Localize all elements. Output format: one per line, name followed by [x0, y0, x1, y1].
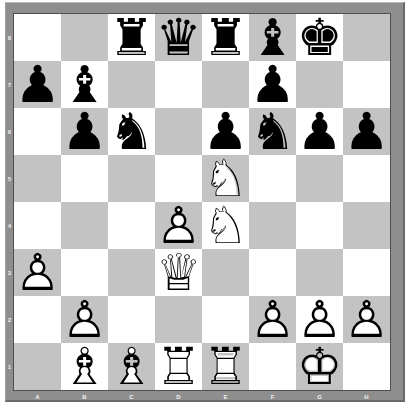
- file-labels: ABCDEFGH: [14, 391, 390, 402]
- square-a2[interactable]: [14, 296, 61, 343]
- white-pawn: ♙: [15, 249, 61, 296]
- square-a3[interactable]: ♟♙: [14, 249, 61, 296]
- square-b1[interactable]: ♝♗: [61, 343, 108, 390]
- file-label-e: E: [202, 391, 249, 402]
- square-c8[interactable]: ♜: [108, 14, 155, 61]
- square-c3[interactable]: [108, 249, 155, 296]
- white-pawn: ♙: [62, 296, 108, 343]
- black-queen: ♛: [156, 14, 202, 61]
- white-knight-fill: ♞: [202, 155, 249, 202]
- black-bishop: ♝: [250, 14, 296, 61]
- square-b7[interactable]: ♝: [61, 61, 108, 108]
- white-pawn: ♙: [344, 296, 390, 343]
- square-a4[interactable]: [14, 202, 61, 249]
- white-pawn: ♙: [250, 296, 296, 343]
- black-pawn: ♟: [62, 108, 108, 155]
- square-h6[interactable]: ♟: [343, 108, 390, 155]
- square-f1[interactable]: [249, 343, 296, 390]
- file-label-d: D: [155, 391, 202, 402]
- square-g2[interactable]: ♟♙: [296, 296, 343, 343]
- white-pawn-fill: ♟: [249, 296, 296, 343]
- white-king-fill: ♚: [296, 343, 343, 390]
- black-pawn: ♟: [203, 108, 249, 155]
- black-rook: ♜: [203, 14, 249, 61]
- square-e3[interactable]: [202, 249, 249, 296]
- square-d4[interactable]: ♟♙: [155, 202, 202, 249]
- white-rook-fill: ♜: [202, 343, 249, 390]
- rank-label-1: 1: [6, 343, 13, 390]
- black-pawn: ♟: [250, 61, 296, 108]
- rank-label-8: 8: [6, 14, 13, 61]
- white-rook: ♖: [203, 343, 249, 390]
- square-g4[interactable]: [296, 202, 343, 249]
- square-c7[interactable]: [108, 61, 155, 108]
- file-label-c: C: [108, 391, 155, 402]
- square-f5[interactable]: [249, 155, 296, 202]
- rank-labels: 87654321: [6, 14, 13, 390]
- board-inner-border: ♜♛♜♝♚♟♝♟♟♞♟♞♟♟♞♘♟♙♞♘♟♙♛♕♟♙♟♙♟♙♟♙♝♗♝♗♜♖♜♖…: [13, 13, 391, 391]
- chess-board-frame: 87654321 ♜♛♜♝♚♟♝♟♟♞♟♞♟♟♞♘♟♙♞♘♟♙♛♕♟♙♟♙♟♙♟…: [5, 2, 405, 402]
- white-knight: ♘: [203, 155, 249, 202]
- square-b6[interactable]: ♟: [61, 108, 108, 155]
- square-b5[interactable]: [61, 155, 108, 202]
- white-bishop: ♗: [62, 343, 108, 390]
- square-e7[interactable]: [202, 61, 249, 108]
- square-f2[interactable]: ♟♙: [249, 296, 296, 343]
- square-g1[interactable]: ♚♔: [296, 343, 343, 390]
- black-pawn: ♟: [297, 108, 343, 155]
- file-label-f: F: [249, 391, 296, 402]
- rank-label-7: 7: [6, 61, 13, 108]
- white-rook: ♖: [156, 343, 202, 390]
- square-a6[interactable]: [14, 108, 61, 155]
- black-knight: ♞: [250, 108, 296, 155]
- square-c6[interactable]: ♞: [108, 108, 155, 155]
- square-f3[interactable]: [249, 249, 296, 296]
- square-b4[interactable]: [61, 202, 108, 249]
- square-f6[interactable]: ♞: [249, 108, 296, 155]
- square-f7[interactable]: ♟: [249, 61, 296, 108]
- white-pawn-fill: ♟: [296, 296, 343, 343]
- white-pawn-fill: ♟: [61, 296, 108, 343]
- black-pawn: ♟: [344, 108, 390, 155]
- square-h4[interactable]: [343, 202, 390, 249]
- file-label-h: H: [343, 391, 390, 402]
- square-g5[interactable]: [296, 155, 343, 202]
- square-b2[interactable]: ♟♙: [61, 296, 108, 343]
- white-bishop-fill: ♝: [108, 343, 155, 390]
- white-rook-fill: ♜: [155, 343, 202, 390]
- square-e4[interactable]: ♞♘: [202, 202, 249, 249]
- black-bishop: ♝: [62, 61, 108, 108]
- square-f8[interactable]: ♝: [249, 14, 296, 61]
- square-c5[interactable]: [108, 155, 155, 202]
- square-h8[interactable]: [343, 14, 390, 61]
- square-e2[interactable]: [202, 296, 249, 343]
- square-e8[interactable]: ♜: [202, 14, 249, 61]
- square-d5[interactable]: [155, 155, 202, 202]
- square-a8[interactable]: [14, 14, 61, 61]
- square-b3[interactable]: [61, 249, 108, 296]
- square-e5[interactable]: ♞♘: [202, 155, 249, 202]
- square-c4[interactable]: [108, 202, 155, 249]
- square-d2[interactable]: [155, 296, 202, 343]
- square-c2[interactable]: [108, 296, 155, 343]
- square-b8[interactable]: [61, 14, 108, 61]
- square-e1[interactable]: ♜♖: [202, 343, 249, 390]
- black-king: ♚: [297, 14, 343, 61]
- square-h2[interactable]: ♟♙: [343, 296, 390, 343]
- square-a1[interactable]: [14, 343, 61, 390]
- rank-label-2: 2: [6, 296, 13, 343]
- white-king: ♔: [297, 343, 343, 390]
- white-pawn-fill: ♟: [155, 202, 202, 249]
- square-h7[interactable]: [343, 61, 390, 108]
- square-h3[interactable]: [343, 249, 390, 296]
- file-label-a: A: [14, 391, 61, 402]
- white-pawn: ♙: [297, 296, 343, 343]
- square-g7[interactable]: [296, 61, 343, 108]
- white-pawn-fill: ♟: [343, 296, 390, 343]
- square-h5[interactable]: [343, 155, 390, 202]
- square-d1[interactable]: ♜♖: [155, 343, 202, 390]
- rank-label-6: 6: [6, 108, 13, 155]
- white-knight-fill: ♞: [202, 202, 249, 249]
- square-h1[interactable]: [343, 343, 390, 390]
- rank-label-4: 4: [6, 202, 13, 249]
- square-d8[interactable]: ♛: [155, 14, 202, 61]
- white-knight: ♘: [203, 202, 249, 249]
- black-pawn: ♟: [15, 61, 61, 108]
- chess-board: ♜♛♜♝♚♟♝♟♟♞♟♞♟♟♞♘♟♙♞♘♟♙♛♕♟♙♟♙♟♙♟♙♝♗♝♗♜♖♜♖…: [14, 14, 390, 390]
- black-knight: ♞: [109, 108, 155, 155]
- rank-label-3: 3: [6, 249, 13, 296]
- square-d3[interactable]: ♛♕: [155, 249, 202, 296]
- square-d7[interactable]: [155, 61, 202, 108]
- white-pawn-fill: ♟: [14, 249, 61, 296]
- square-a5[interactable]: [14, 155, 61, 202]
- square-a7[interactable]: ♟: [14, 61, 61, 108]
- white-pawn: ♙: [156, 202, 202, 249]
- white-queen: ♕: [156, 249, 202, 296]
- square-f4[interactable]: [249, 202, 296, 249]
- black-rook: ♜: [109, 14, 155, 61]
- white-bishop: ♗: [109, 343, 155, 390]
- file-label-g: G: [296, 391, 343, 402]
- square-e6[interactable]: ♟: [202, 108, 249, 155]
- rank-label-5: 5: [6, 155, 13, 202]
- white-queen-fill: ♛: [155, 249, 202, 296]
- file-label-b: B: [61, 391, 108, 402]
- square-g3[interactable]: [296, 249, 343, 296]
- square-d6[interactable]: [155, 108, 202, 155]
- white-bishop-fill: ♝: [61, 343, 108, 390]
- square-g6[interactable]: ♟: [296, 108, 343, 155]
- square-c1[interactable]: ♝♗: [108, 343, 155, 390]
- square-g8[interactable]: ♚: [296, 14, 343, 61]
